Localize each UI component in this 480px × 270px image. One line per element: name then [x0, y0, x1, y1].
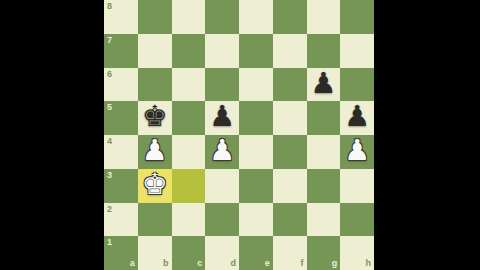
app-background: 876♟5♚♟♟4♟♟♟3♚21abcdefgh — [0, 0, 480, 270]
square-c3[interactable] — [172, 169, 206, 203]
file-label-g: g — [332, 259, 338, 268]
black-pawn-piece[interactable]: ♟ — [310, 67, 336, 101]
square-a6[interactable]: 6 — [104, 68, 138, 102]
square-g7[interactable] — [307, 34, 341, 68]
square-g6[interactable]: ♟ — [307, 68, 341, 102]
square-c8[interactable] — [172, 0, 206, 34]
square-c1[interactable]: c — [172, 236, 206, 270]
square-f3[interactable] — [273, 169, 307, 203]
square-g4[interactable] — [307, 135, 341, 169]
square-a5[interactable]: 5 — [104, 101, 138, 135]
rank-label-6: 6 — [107, 70, 112, 79]
square-e8[interactable] — [239, 0, 273, 34]
square-d5[interactable]: ♟ — [205, 101, 239, 135]
square-e7[interactable] — [239, 34, 273, 68]
square-b4[interactable]: ♟ — [138, 135, 172, 169]
square-h2[interactable] — [340, 203, 374, 237]
white-pawn-piece[interactable]: ♟ — [344, 134, 370, 168]
square-e2[interactable] — [239, 203, 273, 237]
square-g2[interactable] — [307, 203, 341, 237]
square-f1[interactable]: f — [273, 236, 307, 270]
white-pawn-piece[interactable]: ♟ — [209, 134, 235, 168]
square-c5[interactable] — [172, 101, 206, 135]
square-c6[interactable] — [172, 68, 206, 102]
white-king-piece[interactable]: ♚ — [142, 168, 168, 202]
square-b1[interactable]: b — [138, 236, 172, 270]
rank-label-3: 3 — [107, 171, 112, 180]
square-a4[interactable]: 4 — [104, 135, 138, 169]
square-e6[interactable] — [239, 68, 273, 102]
square-d2[interactable] — [205, 203, 239, 237]
square-b7[interactable] — [138, 34, 172, 68]
square-c7[interactable] — [172, 34, 206, 68]
square-h5[interactable]: ♟ — [340, 101, 374, 135]
square-e4[interactable] — [239, 135, 273, 169]
square-c2[interactable] — [172, 203, 206, 237]
square-g1[interactable]: g — [307, 236, 341, 270]
rank-label-5: 5 — [107, 103, 112, 112]
square-g5[interactable] — [307, 101, 341, 135]
file-label-h: h — [366, 259, 372, 268]
square-e1[interactable]: e — [239, 236, 273, 270]
left-letterbox-bar — [0, 0, 104, 270]
square-d1[interactable]: d — [205, 236, 239, 270]
rank-label-4: 4 — [107, 137, 112, 146]
square-h8[interactable] — [340, 0, 374, 34]
square-b3[interactable]: ♚ — [138, 169, 172, 203]
black-pawn-piece[interactable]: ♟ — [344, 100, 370, 134]
square-f2[interactable] — [273, 203, 307, 237]
chess-board[interactable]: 876♟5♚♟♟4♟♟♟3♚21abcdefgh — [104, 0, 374, 270]
square-h4[interactable]: ♟ — [340, 135, 374, 169]
square-b6[interactable] — [138, 68, 172, 102]
rank-label-8: 8 — [107, 2, 112, 11]
square-h3[interactable] — [340, 169, 374, 203]
square-g8[interactable] — [307, 0, 341, 34]
square-f8[interactable] — [273, 0, 307, 34]
square-b5[interactable]: ♚ — [138, 101, 172, 135]
square-a7[interactable]: 7 — [104, 34, 138, 68]
black-pawn-piece[interactable]: ♟ — [209, 100, 235, 134]
square-h6[interactable] — [340, 68, 374, 102]
square-f4[interactable] — [273, 135, 307, 169]
rank-label-1: 1 — [107, 238, 112, 247]
file-label-c: c — [197, 259, 202, 268]
square-f5[interactable] — [273, 101, 307, 135]
black-king-piece[interactable]: ♚ — [142, 100, 168, 134]
square-d6[interactable] — [205, 68, 239, 102]
square-d3[interactable] — [205, 169, 239, 203]
rank-label-2: 2 — [107, 205, 112, 214]
square-f7[interactable] — [273, 34, 307, 68]
square-a2[interactable]: 2 — [104, 203, 138, 237]
square-a1[interactable]: 1a — [104, 236, 138, 270]
square-d4[interactable]: ♟ — [205, 135, 239, 169]
square-g3[interactable] — [307, 169, 341, 203]
square-d7[interactable] — [205, 34, 239, 68]
square-f6[interactable] — [273, 68, 307, 102]
file-label-e: e — [265, 259, 270, 268]
right-letterbox-bar — [374, 0, 480, 270]
square-b8[interactable] — [138, 0, 172, 34]
square-a3[interactable]: 3 — [104, 169, 138, 203]
square-b2[interactable] — [138, 203, 172, 237]
square-a8[interactable]: 8 — [104, 0, 138, 34]
square-e5[interactable] — [239, 101, 273, 135]
square-h1[interactable]: h — [340, 236, 374, 270]
rank-label-7: 7 — [107, 36, 112, 45]
file-label-f: f — [301, 259, 304, 268]
white-pawn-piece[interactable]: ♟ — [142, 134, 168, 168]
square-h7[interactable] — [340, 34, 374, 68]
square-c4[interactable] — [172, 135, 206, 169]
square-d8[interactable] — [205, 0, 239, 34]
file-label-d: d — [231, 259, 237, 268]
file-label-a: a — [130, 259, 135, 268]
file-label-b: b — [163, 259, 169, 268]
square-e3[interactable] — [239, 169, 273, 203]
